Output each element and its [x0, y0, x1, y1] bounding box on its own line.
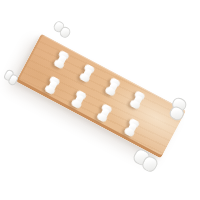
hook-left	[2, 68, 20, 86]
product-photo	[0, 0, 200, 200]
cleat-bar	[132, 94, 142, 105]
foothold-cleat	[96, 103, 113, 123]
foothold-cleat	[44, 75, 61, 95]
cleat-bar	[74, 93, 84, 104]
climbing-board	[16, 34, 186, 159]
foothold-cleat	[104, 77, 121, 97]
foothold-cleat	[129, 90, 146, 110]
foothold-cleat	[53, 49, 70, 69]
foothold-cleat	[79, 63, 96, 83]
cleat-bar	[99, 107, 109, 118]
cleat-bar	[82, 67, 92, 78]
cleat-bar	[47, 79, 57, 90]
cleat-bar	[56, 54, 66, 65]
foothold-cleat	[71, 89, 88, 109]
hook-top-left	[51, 20, 73, 40]
cleat-bar	[127, 122, 137, 133]
foothold-cleats	[41, 34, 186, 111]
cleat-bar	[108, 81, 118, 92]
foothold-cleat	[124, 117, 141, 137]
